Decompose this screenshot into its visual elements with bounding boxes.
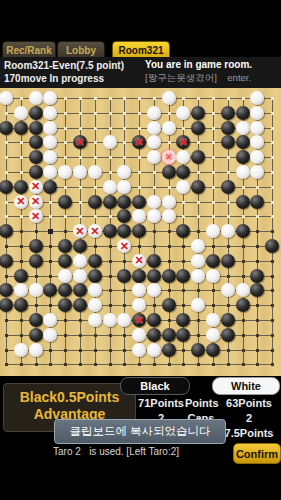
intersection-dot — [227, 275, 230, 278]
stone-black — [162, 328, 176, 342]
stone-white — [162, 209, 176, 223]
stone-white — [103, 135, 117, 149]
stone-black — [29, 239, 43, 253]
intersection-dot — [109, 334, 112, 337]
stone-white — [14, 343, 28, 357]
intersection-dot — [197, 215, 200, 218]
taro-status: Taro 2 is used. [Left Taro:2] — [53, 446, 179, 457]
intersection-dot — [153, 171, 156, 174]
dead-stone-x-icon: ✕ — [90, 226, 99, 237]
white-points: 63Points — [217, 397, 281, 410]
stone-black — [162, 269, 176, 283]
room-info-bar: Room321-Even(7.5 point) 170move In progr… — [0, 57, 281, 89]
intersection-dot — [227, 245, 230, 248]
intersection-dot — [197, 97, 200, 100]
intersection-dot — [20, 141, 23, 144]
intersection-dot — [271, 275, 274, 278]
stone-white — [176, 180, 190, 194]
intersection-dot — [197, 289, 200, 292]
intersection-dot — [182, 127, 185, 130]
stone-black — [0, 180, 13, 194]
stone-white — [43, 91, 57, 105]
stone-black — [176, 328, 190, 342]
intersection-dot — [35, 304, 38, 307]
room-status: You are in game room. — [145, 59, 252, 70]
stone-white — [250, 165, 264, 179]
intersection-dot — [182, 260, 185, 263]
intersection-dot — [271, 363, 274, 366]
intersection-dot — [271, 201, 274, 204]
intersection-dot — [5, 363, 8, 366]
stone-white — [43, 165, 57, 179]
intersection-dot — [138, 97, 141, 100]
intersection-dot — [168, 319, 171, 322]
intersection-dot — [212, 141, 215, 144]
stone-black — [236, 298, 250, 312]
stone-black — [191, 121, 205, 135]
intersection-dot — [79, 112, 82, 115]
stone-white — [191, 269, 205, 283]
intersection-dot — [94, 112, 97, 115]
stone-black — [14, 180, 28, 194]
intersection-dot — [153, 97, 156, 100]
intersection-dot — [212, 201, 215, 204]
stone-black — [88, 195, 102, 209]
stone-white — [250, 121, 264, 135]
intersection-dot — [197, 201, 200, 204]
intersection-dot — [5, 156, 8, 159]
intersection-dot — [64, 363, 67, 366]
stone-black — [176, 165, 190, 179]
intersection-dot — [153, 186, 156, 189]
intersection-dot — [212, 112, 215, 115]
stone-black — [29, 313, 43, 327]
stone-white — [147, 209, 161, 223]
intersection-dot — [138, 112, 141, 115]
intersection-dot — [79, 349, 82, 352]
intersection-dot — [123, 156, 126, 159]
dead-stone-x-icon: ✕ — [16, 196, 25, 207]
intersection-dot — [5, 349, 8, 352]
intersection-dot — [212, 97, 215, 100]
stone-black — [29, 150, 43, 164]
intersection-dot — [168, 245, 171, 248]
intersection-dot — [212, 245, 215, 248]
stone-white — [250, 91, 264, 105]
stone-black — [191, 180, 205, 194]
stone-white — [236, 283, 250, 297]
intersection-dot — [242, 215, 245, 218]
intersection-dot — [227, 304, 230, 307]
stone-black-marked: ✕ — [132, 313, 146, 327]
intersection-dot — [153, 304, 156, 307]
intersection-dot — [5, 275, 8, 278]
intersection-dot — [197, 334, 200, 337]
room-progress: 170move In progress — [4, 73, 104, 84]
intersection-dot — [64, 97, 67, 100]
intersection-dot — [5, 171, 8, 174]
stone-black — [191, 343, 205, 357]
intersection-dot — [123, 304, 126, 307]
intersection-dot — [20, 245, 23, 248]
intersection-dot — [5, 334, 8, 337]
intersection-dot — [138, 363, 141, 366]
stone-black — [236, 150, 250, 164]
intersection-dot — [64, 186, 67, 189]
stone-white — [221, 283, 235, 297]
stone-black — [43, 283, 57, 297]
intersection-dot — [256, 245, 259, 248]
stone-white — [147, 106, 161, 120]
dead-stone-x-icon: ✕ — [31, 196, 40, 207]
stone-white — [132, 283, 146, 297]
stone-black — [29, 165, 43, 179]
score-panel: Black0.5Points Advantage Black White 71P… — [0, 376, 281, 500]
stone-white — [147, 283, 161, 297]
intersection-dot — [64, 112, 67, 115]
stone-white — [250, 135, 264, 149]
intersection-dot — [49, 260, 52, 263]
stone-black — [162, 165, 176, 179]
intersection-dot — [212, 215, 215, 218]
intersection-dot — [79, 363, 82, 366]
intersection-dot — [227, 97, 230, 100]
intersection-dot — [256, 230, 259, 233]
stone-white — [73, 165, 87, 179]
intersection-dot — [197, 363, 200, 366]
intersection-dot — [94, 363, 97, 366]
stone-white — [206, 269, 220, 283]
stone-black — [14, 121, 28, 135]
stone-black — [29, 254, 43, 268]
intersection-dot — [212, 156, 215, 159]
stone-white — [147, 195, 161, 209]
stone-black-marked: ✕ — [73, 135, 87, 149]
intersection-dot — [256, 334, 259, 337]
intersection-dot — [109, 289, 112, 292]
stone-black — [176, 224, 190, 238]
intersection-dot — [79, 319, 82, 322]
intersection-dot — [35, 275, 38, 278]
stone-white — [147, 121, 161, 135]
stone-black — [58, 254, 72, 268]
stone-white — [117, 180, 131, 194]
intersection-dot — [5, 141, 8, 144]
intersection-dot — [94, 215, 97, 218]
stone-black — [236, 106, 250, 120]
intersection-dot — [123, 141, 126, 144]
white-header: White — [212, 377, 280, 395]
intersection-dot — [182, 215, 185, 218]
stone-white — [88, 283, 102, 297]
intersection-dot — [256, 319, 259, 322]
white-caps: 2 — [217, 412, 281, 425]
dead-stone-x-icon: ✕ — [31, 181, 40, 192]
black-header: Black — [120, 377, 190, 395]
stone-white-marked: ✕ — [29, 209, 43, 223]
stone-white — [103, 180, 117, 194]
stone-black — [250, 283, 264, 297]
stone-black — [14, 269, 28, 283]
stone-black — [236, 224, 250, 238]
stone-white-marked: ✕ — [117, 239, 131, 253]
room-enter-msg: [짱구는못생겼어] enter. — [145, 72, 251, 85]
stone-black — [191, 150, 205, 164]
intersection-dot — [94, 349, 97, 352]
stone-white — [117, 313, 131, 327]
stone-black-marked: ✕ — [176, 135, 190, 149]
stone-black — [29, 121, 43, 135]
stone-black — [117, 269, 131, 283]
intersection-dot — [212, 289, 215, 292]
intersection-dot — [168, 260, 171, 263]
intersection-dot — [242, 363, 245, 366]
intersection-dot — [94, 127, 97, 130]
stone-black — [0, 283, 13, 297]
intersection-dot — [242, 260, 245, 263]
stone-white-marked: ✕ — [29, 180, 43, 194]
stone-black — [29, 135, 43, 149]
advantage-line1: Black0.5Points — [4, 389, 135, 405]
stone-white — [29, 91, 43, 105]
stone-black — [206, 254, 220, 268]
stone-black — [58, 283, 72, 297]
score-row-points: 71Points Points 63Points — [137, 397, 281, 410]
stone-black — [117, 209, 131, 223]
stone-black — [221, 313, 235, 327]
intersection-dot — [123, 260, 126, 263]
stone-white — [0, 91, 13, 105]
stone-white — [43, 135, 57, 149]
intersection-dot — [79, 97, 82, 100]
intersection-dot — [123, 363, 126, 366]
intersection-dot — [123, 127, 126, 130]
stone-white — [206, 328, 220, 342]
stone-black — [221, 106, 235, 120]
intersection-dot — [20, 319, 23, 322]
intersection-dot — [271, 230, 274, 233]
intersection-dot — [197, 319, 200, 322]
intersection-dot — [20, 334, 23, 337]
stone-black — [221, 328, 235, 342]
intersection-dot — [168, 141, 171, 144]
stone-white-marked: ✕ — [132, 254, 146, 268]
stone-black — [0, 254, 13, 268]
dead-stone-x-icon: ✕ — [135, 315, 144, 326]
intersection-dot — [227, 215, 230, 218]
stone-white — [176, 150, 190, 164]
intersection-dot — [20, 97, 23, 100]
intersection-dot — [242, 186, 245, 189]
intersection-dot — [20, 171, 23, 174]
intersection-dot — [94, 97, 97, 100]
dead-stone-x-icon: ✕ — [31, 211, 40, 222]
stone-black — [88, 254, 102, 268]
intersection-dot — [138, 245, 141, 248]
dead-stone-x-icon: ✕ — [165, 152, 173, 163]
stone-black — [29, 106, 43, 120]
stone-black — [73, 239, 87, 253]
intersection-dot — [227, 363, 230, 366]
stone-white — [58, 269, 72, 283]
intersection-dot — [212, 171, 215, 174]
intersection-dot — [271, 97, 274, 100]
last-move-stone: ✕ — [162, 150, 176, 164]
intersection-dot — [271, 319, 274, 322]
intersection-dot — [242, 319, 245, 322]
stone-white — [29, 343, 43, 357]
intersection-dot — [109, 215, 112, 218]
intersection-dot — [212, 127, 215, 130]
stone-white — [132, 209, 146, 223]
intersection-dot — [182, 245, 185, 248]
intersection-dot — [79, 127, 82, 130]
intersection-dot — [123, 289, 126, 292]
status-bar — [0, 0, 281, 41]
intersection-dot — [242, 97, 245, 100]
intersection-dot — [271, 304, 274, 307]
intersection-dot — [49, 363, 52, 366]
stone-black — [0, 121, 13, 135]
stone-white — [43, 313, 57, 327]
stone-black — [162, 298, 176, 312]
stone-white — [14, 106, 28, 120]
intersection-dot — [79, 201, 82, 204]
stone-white — [43, 328, 57, 342]
stone-black — [221, 180, 235, 194]
stone-black — [0, 224, 13, 238]
intersection-dot — [109, 156, 112, 159]
intersection-dot — [20, 363, 23, 366]
intersection-dot — [271, 260, 274, 263]
stone-white — [73, 254, 87, 268]
stone-white — [236, 165, 250, 179]
stone-white — [58, 165, 72, 179]
dead-stone-x-icon: ✕ — [75, 137, 84, 148]
stone-white — [132, 328, 146, 342]
intersection-dot — [182, 349, 185, 352]
intersection-dot — [79, 186, 82, 189]
intersection-dot — [271, 141, 274, 144]
stone-black — [58, 239, 72, 253]
intersection-dot — [35, 230, 38, 233]
intersection-dot — [64, 349, 67, 352]
intersection-dot — [94, 245, 97, 248]
stone-white-marked: ✕ — [29, 195, 43, 209]
intersection-dot — [256, 349, 259, 352]
stone-white-marked: ✕ — [14, 195, 28, 209]
intersection-dot — [109, 260, 112, 263]
intersection-dot — [138, 156, 141, 159]
intersection-dot — [20, 230, 23, 233]
intersection-dot — [227, 201, 230, 204]
intersection-dot — [123, 334, 126, 337]
intersection-dot — [271, 112, 274, 115]
stone-white — [88, 298, 102, 312]
intersection-dot — [256, 260, 259, 263]
intersection-dot — [94, 156, 97, 159]
intersection-dot — [242, 245, 245, 248]
stone-black — [14, 298, 28, 312]
intersection-dot — [271, 289, 274, 292]
stone-black — [29, 328, 43, 342]
intersection-dot — [35, 363, 38, 366]
stone-black — [191, 106, 205, 120]
stone-white — [221, 224, 235, 238]
stone-white — [162, 121, 176, 135]
intersection-dot — [242, 334, 245, 337]
intersection-dot — [5, 319, 8, 322]
stone-black — [0, 298, 13, 312]
stone-white — [250, 150, 264, 164]
intersection-dot — [109, 275, 112, 278]
intersection-dot — [94, 141, 97, 144]
go-board[interactable]: ✕✕✕✕✕✕✕✕✕✕✕✕✕ — [0, 88, 281, 376]
intersection-dot — [109, 97, 112, 100]
stone-white — [147, 135, 161, 149]
intersection-dot — [153, 245, 156, 248]
black-points: 71Points — [137, 397, 185, 410]
stone-white — [117, 165, 131, 179]
intersection-dot — [256, 363, 259, 366]
intersection-dot — [64, 141, 67, 144]
intersection-dot — [49, 275, 52, 278]
stone-black — [73, 298, 87, 312]
intersection-dot — [197, 230, 200, 233]
stone-white — [191, 239, 205, 253]
intersection-dot — [5, 201, 8, 204]
stone-white-marked: ✕ — [88, 224, 102, 238]
clipboard-toast: 클립보드에 복사되었습니다 — [54, 419, 226, 444]
intersection-dot — [109, 171, 112, 174]
stone-black — [117, 224, 131, 238]
stone-white — [29, 283, 43, 297]
stone-black — [132, 195, 146, 209]
intersection-dot — [64, 334, 67, 337]
dead-stone-x-icon: ✕ — [75, 226, 84, 237]
stone-white — [162, 195, 176, 209]
stone-white — [14, 283, 28, 297]
stone-black — [58, 195, 72, 209]
stone-white — [103, 313, 117, 327]
stone-black-marked: ✕ — [132, 135, 146, 149]
stone-black — [103, 195, 117, 209]
points-label: Points — [185, 397, 217, 410]
intersection-dot — [5, 112, 8, 115]
intersection-dot — [49, 245, 52, 248]
intersection-dot — [20, 156, 23, 159]
stone-white-marked: ✕ — [73, 224, 87, 238]
intersection-dot — [109, 127, 112, 130]
stone-black — [73, 283, 87, 297]
stone-black — [132, 269, 146, 283]
intersection-dot — [256, 186, 259, 189]
intersection-dot — [49, 304, 52, 307]
intersection-dot — [227, 171, 230, 174]
intersection-dot — [271, 334, 274, 337]
stone-black — [250, 195, 264, 209]
intersection-dot — [79, 156, 82, 159]
confirm-button[interactable]: Confirm — [233, 443, 281, 464]
intersection-dot — [242, 275, 245, 278]
intersection-dot — [271, 186, 274, 189]
stone-black — [265, 239, 279, 253]
room-title: Room321-Even(7.5 point) — [4, 60, 124, 71]
intersection-dot — [168, 230, 171, 233]
stone-black — [132, 224, 146, 238]
stone-white — [250, 106, 264, 120]
stone-white — [206, 313, 220, 327]
